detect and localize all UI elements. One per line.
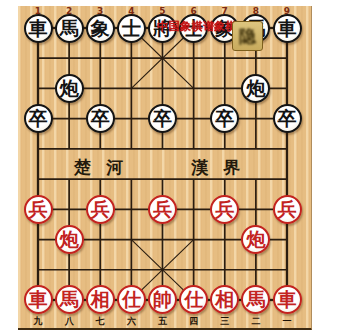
black-piece-炮-c2r3[interactable]: 炮 bbox=[55, 74, 84, 103]
board-grid bbox=[18, 6, 311, 328]
bottom-column-number-2: 八 bbox=[63, 317, 75, 326]
red-piece-兵-c7r7[interactable]: 兵 bbox=[210, 195, 239, 224]
black-piece-卒-c3r4[interactable]: 卒 bbox=[86, 104, 115, 133]
watermark-red-text-left: 中国象棋谱 bbox=[157, 19, 215, 34]
bottom-column-number-4: 六 bbox=[125, 317, 137, 326]
bottom-column-number-5: 五 bbox=[157, 317, 169, 326]
black-piece-車-c9r1[interactable]: 車 bbox=[273, 14, 302, 43]
red-piece-炮-c2r8[interactable]: 炮 bbox=[55, 225, 84, 254]
bottom-column-number-7: 三 bbox=[219, 317, 231, 326]
bottom-column-number-6: 四 bbox=[188, 317, 200, 326]
red-piece-馬-c2r10[interactable]: 馬 bbox=[55, 285, 84, 314]
river-label-han-jie: 漢界 bbox=[191, 156, 255, 179]
black-piece-卒-c9r4[interactable]: 卒 bbox=[273, 104, 302, 133]
bottom-column-number-8: 二 bbox=[250, 317, 262, 326]
black-piece-車-c1r1[interactable]: 車 bbox=[24, 14, 53, 43]
red-piece-車-c9r10[interactable]: 車 bbox=[273, 285, 302, 314]
xiangqi-board[interactable]: 楚河 漢界 中国象棋谱 象棋 隐 123456789九八七六五四三二一車馬象士將… bbox=[18, 6, 312, 330]
red-piece-兵-c3r7[interactable]: 兵 bbox=[86, 195, 115, 224]
river-label-chu-he: 楚河 bbox=[74, 156, 138, 179]
bottom-column-number-1: 九 bbox=[32, 317, 44, 326]
black-piece-象-c3r1[interactable]: 象 bbox=[86, 14, 115, 43]
red-piece-兵-c5r7[interactable]: 兵 bbox=[148, 195, 177, 224]
red-piece-車-c1r10[interactable]: 車 bbox=[24, 285, 53, 314]
black-piece-卒-c5r4[interactable]: 卒 bbox=[148, 104, 177, 133]
black-piece-馬-c2r1[interactable]: 馬 bbox=[55, 14, 84, 43]
xiangqi-screenshot: 楚河 漢界 中国象棋谱 象棋 隐 123456789九八七六五四三二一車馬象士將… bbox=[0, 0, 350, 330]
bottom-column-number-9: 一 bbox=[281, 317, 293, 326]
red-piece-兵-c1r7[interactable]: 兵 bbox=[24, 195, 53, 224]
watermark-sticker: 隐 bbox=[232, 21, 263, 51]
black-piece-士-c4r1[interactable]: 士 bbox=[117, 14, 146, 43]
red-piece-兵-c9r7[interactable]: 兵 bbox=[273, 195, 302, 224]
watermark-sticker-glyph: 隐 bbox=[239, 25, 256, 48]
bottom-column-number-3: 七 bbox=[94, 317, 106, 326]
black-piece-卒-c1r4[interactable]: 卒 bbox=[24, 104, 53, 133]
